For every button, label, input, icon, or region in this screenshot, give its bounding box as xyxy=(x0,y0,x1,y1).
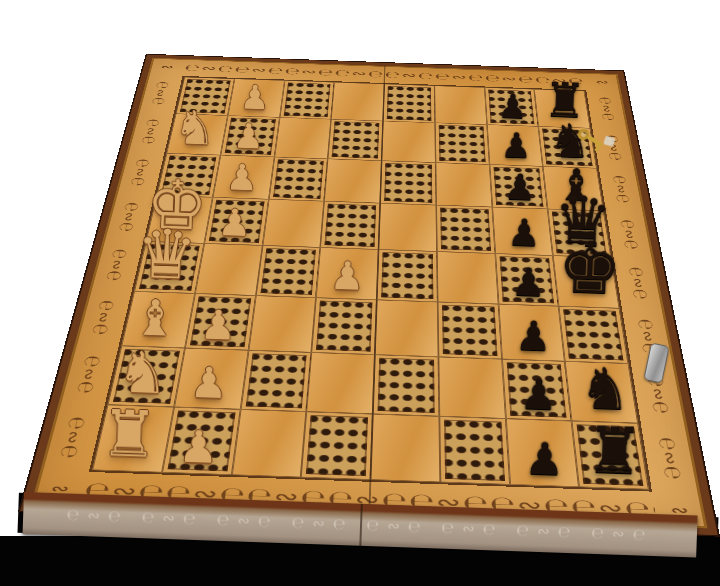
square-b5[interactable] xyxy=(373,354,439,416)
square-c4[interactable] xyxy=(312,298,377,355)
border-ornament-icon: ℮∾℮ xyxy=(534,71,586,90)
square-h3[interactable] xyxy=(279,81,334,120)
square-g5[interactable] xyxy=(382,121,436,163)
black-pawn: ♟ xyxy=(515,315,553,357)
square-e7[interactable]: ♟ xyxy=(492,207,553,255)
square-h5[interactable] xyxy=(383,84,435,123)
square-a6[interactable] xyxy=(439,416,510,484)
black-knight: ♞ xyxy=(579,360,632,419)
border-ornament-icon: ℮∾℮ xyxy=(122,83,183,103)
square-f7[interactable]: ♟ xyxy=(489,164,548,209)
square-e5[interactable] xyxy=(379,203,437,251)
square-a4[interactable] xyxy=(301,412,373,480)
square-b7[interactable]: ♟ xyxy=(502,359,572,421)
black-pawn: ♟ xyxy=(519,373,558,417)
square-c2[interactable]: ♟ xyxy=(185,293,256,350)
square-d7[interactable]: ♟ xyxy=(495,254,559,306)
border-ornament-icon: ℮∾℮ xyxy=(484,69,536,88)
square-e2[interactable]: ♟ xyxy=(204,197,268,245)
square-d4[interactable]: ♟ xyxy=(316,247,378,299)
square-a3[interactable] xyxy=(231,409,306,477)
black-pawn: ♟ xyxy=(497,89,528,123)
square-g6[interactable] xyxy=(435,123,489,165)
border-ornament-icon: ℮∾℮ xyxy=(283,62,335,81)
square-a5[interactable] xyxy=(371,414,441,482)
border-ornament-icon: ℮∾℮ xyxy=(384,66,434,85)
key-bit xyxy=(594,144,600,152)
square-f5[interactable] xyxy=(380,160,436,205)
square-c6[interactable] xyxy=(437,302,501,359)
black-pawn: ♟ xyxy=(504,169,537,206)
square-a8[interactable]: ♜ xyxy=(572,421,649,489)
square-e4[interactable] xyxy=(320,201,380,249)
square-c7[interactable]: ♟ xyxy=(498,304,565,361)
square-h7[interactable]: ♟ xyxy=(484,88,538,127)
white-pawn: ♟ xyxy=(199,304,237,346)
square-b2[interactable]: ♟ xyxy=(174,348,248,410)
square-b3[interactable] xyxy=(240,350,311,412)
square-f2[interactable]: ♟ xyxy=(213,155,275,199)
border-corner-icon: ∾ xyxy=(583,73,621,91)
border-ornament-icon: ℮∾℮ xyxy=(435,68,486,87)
white-pawn: ♟ xyxy=(177,424,218,470)
square-a2[interactable]: ♟ xyxy=(162,407,240,475)
white-knight: ♞ xyxy=(173,104,216,152)
square-h4[interactable] xyxy=(331,82,384,121)
square-f6[interactable] xyxy=(435,162,492,207)
white-pawn: ♟ xyxy=(239,80,270,114)
white-pawn: ♟ xyxy=(217,203,252,241)
square-d5[interactable] xyxy=(377,249,438,301)
white-pawn: ♟ xyxy=(189,361,228,405)
square-g2[interactable]: ♟ xyxy=(220,115,279,156)
square-d6[interactable] xyxy=(437,252,498,304)
square-h6[interactable] xyxy=(434,86,486,125)
square-g3[interactable] xyxy=(274,117,331,158)
white-pawn: ♟ xyxy=(232,118,264,153)
border-ornament-icon: ℮∾℮ xyxy=(233,61,286,80)
square-c3[interactable] xyxy=(248,295,316,352)
square-d1[interactable]: ♛ xyxy=(134,241,204,293)
black-rook: ♜ xyxy=(585,419,644,485)
square-g1[interactable]: ♞ xyxy=(167,114,228,155)
photo-backdrop: ℮∾℮℮∾℮℮∾℮℮∾℮℮∾℮℮∾℮℮∾℮℮∾℮ ℮∾℮℮∾℮℮∾℮℮∾℮℮∾℮… xyxy=(0,0,720,586)
border-ornament-icon: ℮∾℮ xyxy=(183,59,237,78)
square-d3[interactable] xyxy=(255,245,320,297)
square-a7[interactable]: ♟ xyxy=(505,419,579,487)
border-ornament-icon: ℮∾℮ xyxy=(586,99,645,120)
square-f4[interactable] xyxy=(324,159,381,204)
square-d8[interactable]: ♚ xyxy=(553,256,619,309)
square-f3[interactable] xyxy=(268,157,327,202)
square-g7[interactable]: ♟ xyxy=(487,124,543,166)
square-b6[interactable] xyxy=(438,357,505,419)
white-knight: ♞ xyxy=(116,344,169,403)
white-rook: ♜ xyxy=(99,402,158,468)
border-corner-icon: ∾ xyxy=(148,58,187,76)
border-ornament-icon: ℮∾℮ xyxy=(334,64,385,83)
black-pawn: ♟ xyxy=(500,127,532,162)
white-pawn: ♟ xyxy=(329,256,365,296)
square-g4[interactable] xyxy=(328,119,383,160)
square-e6[interactable] xyxy=(436,205,495,253)
square-a1[interactable]: ♜ xyxy=(92,405,174,473)
square-b4[interactable] xyxy=(306,352,374,414)
white-bishop: ♝ xyxy=(132,293,178,344)
square-d2[interactable] xyxy=(195,243,262,295)
square-c5[interactable] xyxy=(375,300,438,357)
square-e3[interactable] xyxy=(262,199,324,247)
black-pawn: ♟ xyxy=(511,262,547,302)
square-h2[interactable]: ♟ xyxy=(228,79,285,117)
white-pawn: ♟ xyxy=(225,159,258,196)
black-pawn: ♟ xyxy=(507,213,542,251)
chess-board: ℮∾℮℮∾℮℮∾℮℮∾℮℮∾℮℮∾℮℮∾℮℮∾℮ ℮∾℮℮∾℮℮∾℮℮∾℮℮∾℮… xyxy=(20,55,718,536)
white-queen: ♛ xyxy=(135,220,198,290)
black-pawn: ♟ xyxy=(524,436,565,482)
